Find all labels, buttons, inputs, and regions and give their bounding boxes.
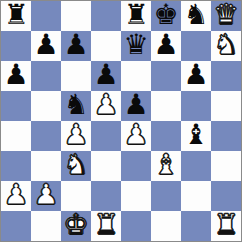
square-g1[interactable] bbox=[181, 211, 211, 241]
square-f8[interactable]: ♚ bbox=[151, 1, 181, 31]
square-a1[interactable] bbox=[1, 211, 31, 241]
black-pawn-e5: ♟ bbox=[123, 91, 148, 120]
white-rook-h1: ♜ bbox=[213, 211, 238, 240]
black-pawn-g6: ♟ bbox=[183, 61, 208, 90]
square-f5[interactable] bbox=[151, 91, 181, 121]
square-h5[interactable] bbox=[211, 91, 241, 121]
square-c7[interactable]: ♟ bbox=[61, 31, 91, 61]
square-c3[interactable]: ♞ bbox=[61, 151, 91, 181]
square-b3[interactable] bbox=[31, 151, 61, 181]
square-b7[interactable]: ♟ bbox=[31, 31, 61, 61]
square-e2[interactable] bbox=[121, 181, 151, 211]
square-e7[interactable]: ♛ bbox=[121, 31, 151, 61]
square-g8[interactable]: ♞ bbox=[181, 1, 211, 31]
square-h7[interactable]: ♞ bbox=[211, 31, 241, 61]
square-a2[interactable]: ♟ bbox=[1, 181, 31, 211]
square-g2[interactable] bbox=[181, 181, 211, 211]
white-queen-h8: ♛ bbox=[213, 1, 238, 30]
black-knight-c5: ♞ bbox=[63, 91, 88, 120]
square-a5[interactable] bbox=[1, 91, 31, 121]
square-h4[interactable] bbox=[211, 121, 241, 151]
square-f3[interactable]: ♝ bbox=[151, 151, 181, 181]
white-knight-h7: ♞ bbox=[213, 31, 238, 60]
square-b6[interactable] bbox=[31, 61, 61, 91]
square-c4[interactable]: ♟ bbox=[61, 121, 91, 151]
square-d1[interactable]: ♜ bbox=[91, 211, 121, 241]
white-pawn-e4: ♟ bbox=[123, 121, 148, 150]
black-knight-g8: ♞ bbox=[183, 1, 208, 30]
square-b5[interactable] bbox=[31, 91, 61, 121]
white-pawn-b2: ♟ bbox=[33, 181, 58, 210]
square-g5[interactable] bbox=[181, 91, 211, 121]
square-d7[interactable] bbox=[91, 31, 121, 61]
square-c1[interactable]: ♚ bbox=[61, 211, 91, 241]
square-d3[interactable] bbox=[91, 151, 121, 181]
square-e6[interactable] bbox=[121, 61, 151, 91]
square-c2[interactable] bbox=[61, 181, 91, 211]
black-pawn-f7: ♟ bbox=[153, 31, 178, 60]
black-pawn-c7: ♟ bbox=[63, 31, 88, 60]
square-a7[interactable] bbox=[1, 31, 31, 61]
black-pawn-a6: ♟ bbox=[3, 61, 28, 90]
black-rook-a8: ♜ bbox=[3, 1, 28, 30]
square-b1[interactable] bbox=[31, 211, 61, 241]
square-a4[interactable] bbox=[1, 121, 31, 151]
square-e4[interactable]: ♟ bbox=[121, 121, 151, 151]
square-e8[interactable]: ♜ bbox=[121, 1, 151, 31]
square-d8[interactable] bbox=[91, 1, 121, 31]
square-d2[interactable] bbox=[91, 181, 121, 211]
square-d5[interactable]: ♟ bbox=[91, 91, 121, 121]
white-pawn-d5: ♟ bbox=[93, 91, 118, 120]
white-king-c1: ♚ bbox=[63, 211, 88, 240]
square-b2[interactable]: ♟ bbox=[31, 181, 61, 211]
square-a8[interactable]: ♜ bbox=[1, 1, 31, 31]
square-g6[interactable]: ♟ bbox=[181, 61, 211, 91]
square-h2[interactable] bbox=[211, 181, 241, 211]
square-g7[interactable] bbox=[181, 31, 211, 61]
square-e3[interactable] bbox=[121, 151, 151, 181]
square-f6[interactable] bbox=[151, 61, 181, 91]
black-queen-e7: ♛ bbox=[123, 31, 148, 60]
black-king-f8: ♚ bbox=[153, 1, 178, 30]
square-h3[interactable] bbox=[211, 151, 241, 181]
square-e1[interactable] bbox=[121, 211, 151, 241]
white-rook-d1: ♜ bbox=[93, 211, 118, 240]
black-rook-e8: ♜ bbox=[123, 1, 148, 30]
square-g4[interactable]: ♝ bbox=[181, 121, 211, 151]
white-pawn-a2: ♟ bbox=[3, 181, 28, 210]
square-g3[interactable] bbox=[181, 151, 211, 181]
white-bishop-f3: ♝ bbox=[153, 151, 178, 180]
square-a6[interactable]: ♟ bbox=[1, 61, 31, 91]
square-f7[interactable]: ♟ bbox=[151, 31, 181, 61]
square-b4[interactable] bbox=[31, 121, 61, 151]
white-pawn-c4: ♟ bbox=[63, 121, 88, 150]
square-h1[interactable]: ♜ bbox=[211, 211, 241, 241]
square-f1[interactable] bbox=[151, 211, 181, 241]
square-b8[interactable] bbox=[31, 1, 61, 31]
square-f4[interactable] bbox=[151, 121, 181, 151]
black-bishop-g4: ♝ bbox=[183, 121, 208, 150]
square-c8[interactable] bbox=[61, 1, 91, 31]
square-c6[interactable] bbox=[61, 61, 91, 91]
white-knight-c3: ♞ bbox=[63, 151, 88, 180]
square-f2[interactable] bbox=[151, 181, 181, 211]
square-h8[interactable]: ♛ bbox=[211, 1, 241, 31]
square-h6[interactable] bbox=[211, 61, 241, 91]
black-pawn-d6: ♟ bbox=[93, 61, 118, 90]
chess-board: ♜♜♚♞♛♟♟♛♟♞♟♟♟♞♟♟♟♟♝♞♝♟♟♚♜♜ bbox=[0, 0, 242, 242]
square-a3[interactable] bbox=[1, 151, 31, 181]
square-c5[interactable]: ♞ bbox=[61, 91, 91, 121]
square-d6[interactable]: ♟ bbox=[91, 61, 121, 91]
square-d4[interactable] bbox=[91, 121, 121, 151]
black-pawn-b7: ♟ bbox=[33, 31, 58, 60]
square-e5[interactable]: ♟ bbox=[121, 91, 151, 121]
